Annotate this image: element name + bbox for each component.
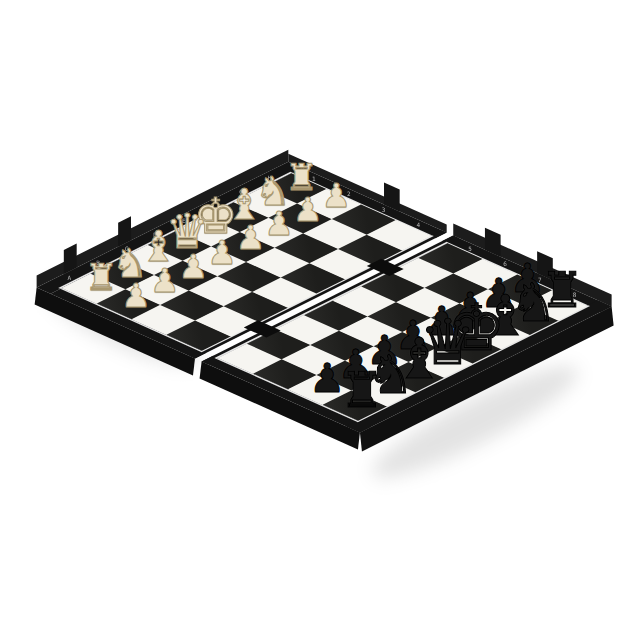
piece-black-r[interactable]: ♜	[340, 366, 384, 415]
piece-white-p[interactable]: ♟	[150, 264, 180, 297]
piece-white-r[interactable]: ♜	[85, 260, 118, 297]
rank-label: 3	[382, 207, 386, 213]
file-label: A	[68, 275, 72, 281]
piece-white-p[interactable]: ♟	[264, 207, 294, 240]
rank-label: 5	[468, 246, 472, 252]
piece-white-p[interactable]: ♟	[179, 250, 209, 283]
piece-white-p[interactable]: ♟	[207, 236, 237, 269]
piece-white-p[interactable]: ♟	[293, 193, 323, 226]
piece-white-p[interactable]: ♟	[322, 179, 352, 212]
piece-white-p[interactable]: ♟	[121, 279, 151, 312]
chess-set-photo: ABCDEFGH12345678♜♞♟♝♟♚♟♛♟♝♟♞♟♜♟♟♟♟♜♟♞♟♝♟…	[0, 0, 625, 625]
piece-white-p[interactable]: ♟	[236, 221, 266, 254]
rank-label: 6	[503, 261, 507, 267]
rank-label: 4	[417, 222, 421, 228]
